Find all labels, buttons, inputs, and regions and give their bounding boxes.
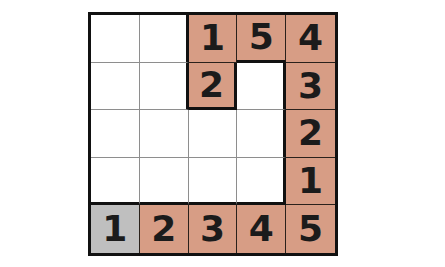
cell-r5c1[interactable]: 1: [91, 205, 140, 253]
cell-digit: 1: [200, 20, 225, 56]
cell-digit: 2: [298, 115, 323, 151]
cell-r5c5[interactable]: 5: [286, 205, 335, 253]
cell-r1c3[interactable]: 1: [189, 15, 238, 63]
cell-r1c1[interactable]: [91, 15, 140, 63]
cell-r2c3[interactable]: 2: [189, 63, 238, 111]
cell-digit: 5: [249, 19, 274, 55]
cell-r3c1[interactable]: [91, 110, 140, 158]
cell-r3c4[interactable]: [237, 110, 286, 158]
cell-digit: 1: [102, 211, 127, 247]
cell-digit: 2: [151, 211, 176, 247]
cell-r5c3[interactable]: 3: [189, 205, 238, 253]
puzzle-diagram: 154232112345: [0, 0, 445, 267]
cell-digit: 4: [298, 20, 323, 56]
cell-digit: 4: [249, 211, 274, 247]
cell-r4c5[interactable]: 1: [286, 158, 335, 206]
cell-r2c4[interactable]: [237, 63, 286, 111]
cell-r1c2[interactable]: [140, 15, 189, 63]
cell-r1c4[interactable]: 5: [237, 15, 286, 63]
cell-r2c1[interactable]: [91, 63, 140, 111]
puzzle-board: 154232112345: [88, 12, 338, 256]
cell-r5c2[interactable]: 2: [140, 205, 189, 253]
cell-r3c2[interactable]: [140, 110, 189, 158]
cell-r3c3[interactable]: [189, 110, 238, 158]
cell-digit: 5: [298, 211, 323, 247]
cell-r4c2[interactable]: [140, 158, 189, 206]
cell-r4c4[interactable]: [237, 158, 286, 206]
cell-digit: 3: [298, 68, 323, 104]
cell-r2c2[interactable]: [140, 63, 189, 111]
cell-r4c3[interactable]: [189, 158, 238, 206]
cell-digit: 2: [199, 67, 224, 103]
cell-r4c1[interactable]: [91, 158, 140, 206]
cell-r2c5[interactable]: 3: [286, 63, 335, 111]
cell-digit: 1: [298, 163, 323, 199]
cell-r3c5[interactable]: 2: [286, 110, 335, 158]
cell-r5c4[interactable]: 4: [237, 205, 286, 253]
cell-r1c5[interactable]: 4: [286, 15, 335, 63]
cell-digit: 3: [200, 211, 225, 247]
